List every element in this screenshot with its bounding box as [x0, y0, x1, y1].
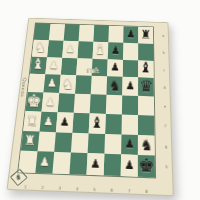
rank-label-6: 6: [106, 187, 118, 193]
square-c4[interactable]: ♛: [76, 58, 92, 76]
square-f2[interactable]: ♟: [40, 111, 58, 131]
square-g3[interactable]: [54, 132, 72, 153]
square-g1[interactable]: ♜: [21, 130, 40, 151]
black-pawn-h7[interactable]: ♟: [124, 159, 135, 171]
white-knight-d3[interactable]: ♞: [61, 77, 74, 91]
square-a6[interactable]: [108, 26, 123, 43]
square-d3[interactable]: ♞: [59, 75, 76, 94]
white-king-e1[interactable]: ♚: [26, 92, 42, 110]
square-d8[interactable]: ♛: [138, 78, 154, 97]
square-e5[interactable]: [90, 94, 107, 114]
square-b5[interactable]: ♝: [93, 42, 109, 59]
white-pawn-e2[interactable]: ♟: [45, 96, 55, 107]
black-bishop-f5[interactable]: ♝: [90, 115, 104, 131]
square-h3[interactable]: [52, 152, 71, 174]
black-pawn-h5[interactable]: ♟: [90, 158, 101, 170]
rank-label-4: 4: [71, 186, 83, 192]
file-label-h: h: [163, 159, 169, 174]
black-knight-d6[interactable]: ♞: [108, 78, 121, 92]
file-label-a: a: [161, 30, 166, 42]
square-f6[interactable]: [105, 114, 122, 134]
white-rook-g1[interactable]: ♜: [24, 134, 37, 148]
square-h2[interactable]: ♟: [35, 151, 54, 173]
square-b6[interactable]: ♟: [108, 42, 124, 59]
square-g2[interactable]: [38, 131, 56, 152]
square-c3[interactable]: [61, 57, 78, 75]
square-g7[interactable]: ♟: [121, 134, 138, 155]
black-queen-d8[interactable]: ♛: [139, 78, 154, 94]
square-f7[interactable]: [122, 114, 138, 134]
square-g4[interactable]: [71, 132, 89, 153]
square-b3[interactable]: ♟: [62, 41, 78, 58]
rank-label-8: 8: [140, 189, 152, 195]
black-rook-a8[interactable]: ♜: [140, 28, 151, 40]
square-d4[interactable]: [75, 75, 92, 94]
black-pawn-c6[interactable]: ♟: [110, 62, 120, 73]
black-knight-g8[interactable]: ♞: [140, 137, 154, 152]
white-bishop-b5[interactable]: ♝: [94, 42, 107, 57]
square-g5[interactable]: [88, 133, 105, 154]
square-h8[interactable]: ♚: [138, 155, 155, 177]
black-bishop-c8[interactable]: ♝: [139, 61, 153, 76]
square-a8[interactable]: ♜: [138, 27, 153, 44]
black-pawn-g7[interactable]: ♟: [124, 138, 135, 150]
file-label-c: c: [161, 63, 167, 76]
square-e8[interactable]: [138, 96, 154, 116]
square-g6[interactable]: [104, 133, 121, 154]
black-pawn-d7[interactable]: ♟: [125, 80, 135, 91]
white-rook-f1[interactable]: ♜: [26, 114, 38, 128]
file-label-f: f: [162, 119, 168, 133]
white-pawn-h2[interactable]: ♟: [39, 156, 50, 168]
photo-scene: ♟♜♞♟♝♟♝♟♛♟♝♟♞♞♟♛♚♟♜♟♟♝♜♟♞♟♟♟♚ 12345678 a…: [0, 0, 200, 200]
black-pawn-a7[interactable]: ♟: [126, 29, 136, 40]
board-grid: ♟♜♞♟♝♟♝♟♛♟♝♟♞♞♟♛♚♟♜♟♟♝♜♟♞♟♟♟♚: [18, 23, 155, 177]
square-d6[interactable]: ♞: [106, 77, 122, 96]
file-label-g: g: [163, 139, 169, 154]
square-f3[interactable]: ♟: [56, 112, 74, 132]
square-h4[interactable]: [69, 153, 87, 175]
square-h5[interactable]: ♟: [87, 153, 105, 175]
square-e6[interactable]: [106, 95, 122, 115]
black-pawn-b6[interactable]: ♟: [111, 45, 121, 56]
rank-label-2: 2: [36, 185, 49, 191]
square-e4[interactable]: [74, 94, 91, 113]
square-h6[interactable]: [104, 154, 122, 176]
square-d5[interactable]: [91, 76, 107, 95]
square-c2[interactable]: ♟: [45, 57, 62, 75]
black-king-h8[interactable]: ♚: [138, 157, 155, 176]
black-pawn-f3[interactable]: ♟: [60, 116, 70, 128]
square-e7[interactable]: [122, 95, 138, 115]
square-e2[interactable]: ♟: [42, 93, 60, 112]
square-c6[interactable]: ♟: [107, 59, 123, 77]
white-pawn-b3[interactable]: ♟: [66, 43, 76, 54]
rank-label-1: 1: [19, 184, 32, 190]
square-a5[interactable]: [93, 25, 108, 42]
file-label-d: d: [162, 81, 168, 94]
square-d2[interactable]: ♟: [43, 74, 60, 93]
square-b4[interactable]: [77, 41, 93, 58]
file-label-e: e: [162, 100, 168, 114]
rank-label-5: 5: [88, 187, 100, 193]
white-knight-b1[interactable]: ♞: [34, 41, 46, 55]
square-a2[interactable]: [49, 24, 65, 41]
chess-board: ♟♜♞♟♝♟♝♟♛♟♝♟♞♞♟♛♚♟♜♟♟♝♜♟♞♟♟♟♚ 12345678 a…: [6, 18, 173, 197]
square-a3[interactable]: [64, 24, 80, 41]
white-pawn-f2[interactable]: ♟: [43, 115, 53, 127]
square-d7[interactable]: ♟: [122, 77, 138, 96]
file-label-b: b: [161, 46, 167, 58]
white-bishop-c1[interactable]: ♝: [32, 57, 45, 72]
square-f4[interactable]: [72, 113, 89, 133]
square-g8[interactable]: ♞: [138, 135, 155, 156]
square-e3[interactable]: [58, 93, 75, 112]
white-pawn-c2[interactable]: ♟: [49, 60, 59, 71]
square-c8[interactable]: ♝: [138, 60, 154, 78]
square-a4[interactable]: [79, 25, 95, 42]
square-h7[interactable]: ♟: [121, 155, 138, 177]
knight-logo-glyph: ♞: [15, 174, 23, 182]
square-b7[interactable]: [123, 43, 138, 60]
square-f5[interactable]: ♝: [89, 113, 106, 133]
rank-label-3: 3: [54, 185, 67, 191]
square-c7[interactable]: [123, 59, 139, 77]
square-b2[interactable]: [47, 40, 64, 57]
square-f8[interactable]: [138, 115, 154, 135]
white-pawn-d2[interactable]: ♟: [47, 78, 57, 89]
rank-label-7: 7: [123, 188, 135, 194]
square-c1[interactable]: ♝: [30, 56, 47, 74]
square-a7[interactable]: ♟: [123, 26, 138, 43]
